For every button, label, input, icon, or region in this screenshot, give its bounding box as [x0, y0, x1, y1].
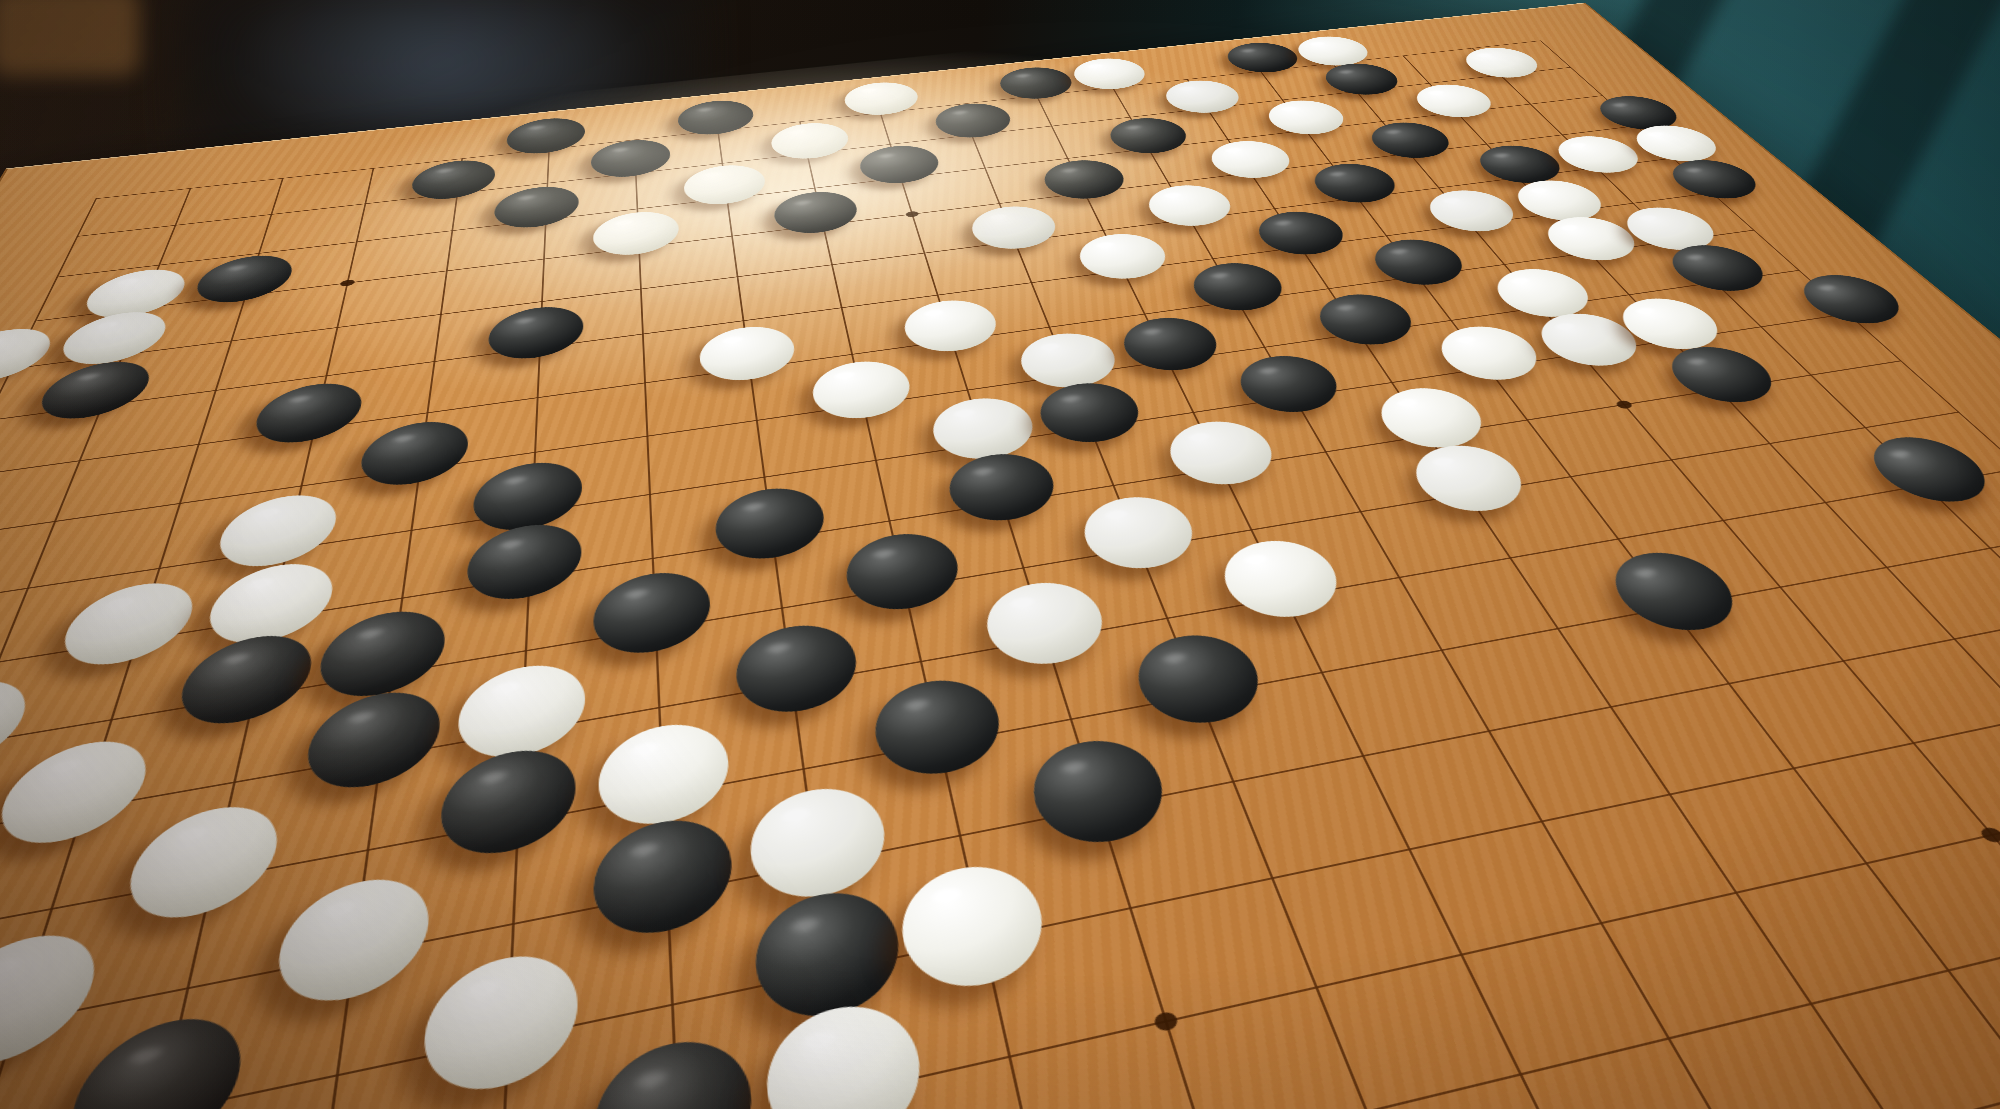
go-board: [0, 3, 2000, 1109]
board-grid: [0, 12, 2000, 1109]
scene: [0, 0, 2000, 1109]
